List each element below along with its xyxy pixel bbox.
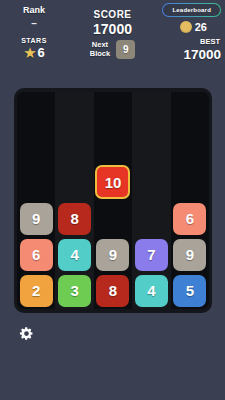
right-panel: Leaderboard 26 BEST 17000 (162, 3, 221, 62)
board-grid: 109866497923845 (17, 92, 209, 309)
next-block-label: Next Block (90, 41, 110, 58)
block-9: 9 (20, 203, 53, 235)
coins-value: 26 (195, 21, 207, 33)
cell-r1-c3 (132, 128, 170, 164)
falling-block-10: 10 (95, 165, 130, 199)
block-4: 4 (58, 239, 91, 271)
star-icon: ★ (23, 45, 36, 60)
block-9: 9 (173, 239, 206, 271)
cell-r4-c1: 4 (55, 237, 93, 273)
cell-r2-c2: 10 (94, 164, 132, 200)
block-2: 2 (20, 275, 53, 307)
block-3: 3 (58, 275, 91, 307)
block-9: 9 (96, 239, 129, 271)
coins-row: 26 (180, 21, 207, 33)
leaderboard-label: Leaderboard (163, 4, 220, 16)
cell-r0-c4 (171, 92, 209, 128)
cell-r0-c2 (94, 92, 132, 128)
cell-r4-c4: 9 (171, 237, 209, 273)
coin-icon (180, 21, 192, 33)
cell-r5-c4: 5 (171, 273, 209, 309)
next-block-row: Next Block 9 (58, 40, 168, 59)
game-screen: Rank – STARS ★ 6 SCORE 17000 Next Block … (0, 0, 225, 400)
next-block-preview: 9 (116, 40, 135, 59)
rank-value: – (10, 18, 58, 29)
block-6: 6 (20, 239, 53, 271)
leaderboard-button[interactable]: Leaderboard (162, 3, 221, 17)
cell-r3-c3 (132, 201, 170, 237)
rank-stars-panel: Rank – STARS ★ 6 (10, 5, 58, 60)
block-4: 4 (135, 275, 168, 307)
score-panel: SCORE 17000 Next Block 9 (58, 9, 168, 59)
cell-r2-c4 (171, 164, 209, 200)
cell-r5-c1: 3 (55, 273, 93, 309)
cell-r3-c2 (94, 201, 132, 237)
cell-r3-c0: 9 (17, 201, 55, 237)
cell-r5-c3: 4 (132, 273, 170, 309)
cell-r1-c1 (55, 128, 93, 164)
cell-r4-c2: 9 (94, 237, 132, 273)
stars-value: 6 (38, 45, 45, 60)
block-6: 6 (173, 203, 206, 235)
block-8: 8 (96, 275, 129, 307)
cell-r1-c4 (171, 128, 209, 164)
cell-r4-c3: 7 (132, 237, 170, 273)
rank-label: Rank (10, 5, 58, 15)
cell-r5-c2: 8 (94, 273, 132, 309)
cell-r3-c4: 6 (171, 201, 209, 237)
cell-r3-c1: 8 (55, 201, 93, 237)
cell-r2-c0 (17, 164, 55, 200)
settings-gear-icon[interactable] (19, 326, 34, 341)
cell-r0-c0 (17, 92, 55, 128)
game-board: 109866497923845 (14, 88, 212, 313)
block-7: 7 (135, 239, 168, 271)
score-value: 17000 (58, 21, 168, 37)
block-8: 8 (58, 203, 91, 235)
best-value: 17000 (183, 47, 221, 62)
stars-label: STARS (10, 37, 58, 44)
cell-r5-c0: 2 (17, 273, 55, 309)
best-label: BEST (200, 37, 220, 46)
cell-r2-c3 (132, 164, 170, 200)
stars-row: ★ 6 (10, 45, 58, 60)
cell-r2-c1 (55, 164, 93, 200)
score-label: SCORE (58, 9, 168, 20)
next-block-label-line2: Block (90, 50, 110, 59)
cell-r1-c0 (17, 128, 55, 164)
block-5: 5 (173, 275, 206, 307)
cell-r0-c3 (132, 92, 170, 128)
cell-r1-c2 (94, 128, 132, 164)
cell-r4-c0: 6 (17, 237, 55, 273)
cell-r0-c1 (55, 92, 93, 128)
